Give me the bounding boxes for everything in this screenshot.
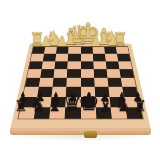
board-square-light bbox=[67, 78, 81, 87]
board-square-light bbox=[39, 78, 54, 87]
piece-black-bishop: ♝ bbox=[97, 95, 114, 114]
brass-clasp bbox=[84, 131, 97, 138]
piece-black-rook: ♜ bbox=[14, 99, 27, 114]
board-square-dark bbox=[68, 54, 81, 61]
chess-board bbox=[10, 44, 151, 130]
board-square-light bbox=[93, 61, 106, 69]
board-square-light bbox=[54, 69, 68, 78]
board-square-light bbox=[106, 69, 120, 78]
board-square-light bbox=[94, 78, 108, 87]
board-square-dark bbox=[93, 69, 107, 78]
board-square-light bbox=[68, 61, 81, 69]
board-square-light bbox=[105, 54, 118, 61]
board-square-dark bbox=[106, 61, 120, 69]
board-square-dark bbox=[81, 78, 95, 87]
product-photo-chess-set: ♜♟♞♟♝♛♚♟♝♞♜♟♟♟♟♟♟♟♟♜♞♝♛♚♝♞♜ bbox=[0, 0, 160, 160]
piece-black-knight: ♞ bbox=[30, 96, 46, 114]
board-square-dark bbox=[93, 54, 106, 61]
board-square-dark bbox=[43, 54, 56, 61]
board-square-dark bbox=[53, 78, 67, 87]
board-square-light bbox=[121, 78, 136, 87]
piece-black-rook: ♜ bbox=[133, 99, 146, 114]
piece-white-rook: ♜ bbox=[112, 30, 128, 48]
board-square-light bbox=[81, 54, 94, 61]
board-square-dark bbox=[119, 69, 134, 78]
board-square-dark bbox=[55, 61, 68, 69]
piece-black-knight: ♞ bbox=[115, 96, 131, 114]
board-square-light bbox=[42, 61, 56, 69]
piece-black-bishop: ♝ bbox=[46, 95, 63, 114]
board-square-light bbox=[81, 69, 94, 78]
board-square-dark bbox=[117, 54, 131, 61]
board-square-dark bbox=[67, 69, 80, 78]
board-front-edge bbox=[10, 129, 151, 135]
board-square-dark bbox=[81, 61, 94, 69]
board-square-light bbox=[55, 54, 68, 61]
board-square-dark bbox=[40, 69, 54, 78]
board-square-dark bbox=[107, 78, 122, 87]
board-square-light bbox=[118, 61, 132, 69]
